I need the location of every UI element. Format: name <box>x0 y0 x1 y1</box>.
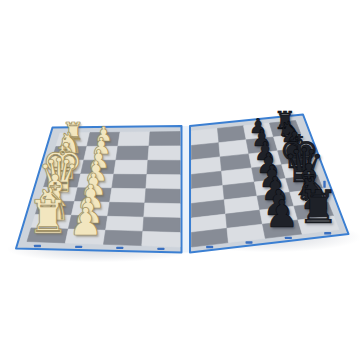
piece-layer: ♜♟♟♜♞♟♟♞♝♟♟♝♚♟♟♚♛♟♟♛♝♟♟♝♞♟♟♞♜♟♟♜ <box>0 0 360 360</box>
white-rook-a1[interactable]: ♜ <box>27 194 68 240</box>
black-rook-a8[interactable]: ♜ <box>298 184 339 230</box>
white-pawn-a2[interactable]: ♟ <box>69 204 103 242</box>
chess-set-photo: ♜♟♟♜♞♟♟♞♝♟♟♝♚♟♟♚♛♟♟♛♝♟♟♝♞♟♟♞♜♟♟♜ <box>0 0 360 360</box>
black-pawn-a7[interactable]: ♟ <box>265 196 299 234</box>
